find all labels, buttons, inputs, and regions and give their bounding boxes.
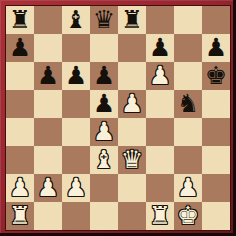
- square-e6[interactable]: [118, 62, 146, 90]
- square-c5[interactable]: [62, 90, 90, 118]
- square-h2[interactable]: [202, 174, 230, 202]
- black-pawn: ♟: [62, 62, 90, 90]
- square-a4[interactable]: [6, 118, 34, 146]
- chess-screenshot: ♜♝♛♜♟♟♟♟♟♟♟♚♟♟♞♟♝♛♟♟♟♟♜♜♚: [0, 0, 236, 236]
- black-pawn: ♟: [146, 34, 174, 62]
- white-pawn: ♟: [118, 90, 146, 118]
- white-queen: ♛: [118, 146, 146, 174]
- white-pawn: ♟: [90, 118, 118, 146]
- white-rook: ♜: [6, 202, 34, 230]
- square-b3[interactable]: [34, 146, 62, 174]
- square-f7[interactable]: ♟: [146, 34, 174, 62]
- square-h4[interactable]: [202, 118, 230, 146]
- black-rook: ♜: [118, 6, 146, 34]
- black-pawn: ♟: [90, 62, 118, 90]
- square-a8[interactable]: ♜: [6, 6, 34, 34]
- black-bishop: ♝: [62, 6, 90, 34]
- square-a1[interactable]: ♜: [6, 202, 34, 230]
- square-c1[interactable]: [62, 202, 90, 230]
- square-a6[interactable]: [6, 62, 34, 90]
- square-d6[interactable]: ♟: [90, 62, 118, 90]
- square-b4[interactable]: [34, 118, 62, 146]
- square-e2[interactable]: [118, 174, 146, 202]
- white-pawn: ♟: [146, 62, 174, 90]
- square-g1[interactable]: ♚: [174, 202, 202, 230]
- white-pawn: ♟: [174, 174, 202, 202]
- square-g6[interactable]: [174, 62, 202, 90]
- square-g4[interactable]: [174, 118, 202, 146]
- square-b6[interactable]: ♟: [34, 62, 62, 90]
- black-pawn: ♟: [90, 90, 118, 118]
- black-rook: ♜: [6, 6, 34, 34]
- square-e3[interactable]: ♛: [118, 146, 146, 174]
- square-a7[interactable]: ♟: [6, 34, 34, 62]
- square-f2[interactable]: [146, 174, 174, 202]
- square-e5[interactable]: ♟: [118, 90, 146, 118]
- black-pawn: ♟: [6, 34, 34, 62]
- square-b7[interactable]: [34, 34, 62, 62]
- square-f6[interactable]: ♟: [146, 62, 174, 90]
- square-b1[interactable]: [34, 202, 62, 230]
- square-f8[interactable]: [146, 6, 174, 34]
- black-knight: ♞: [174, 90, 202, 118]
- square-c2[interactable]: ♟: [62, 174, 90, 202]
- black-king: ♚: [202, 62, 230, 90]
- square-e1[interactable]: [118, 202, 146, 230]
- white-pawn: ♟: [6, 174, 34, 202]
- black-queen: ♛: [90, 6, 118, 34]
- square-b2[interactable]: ♟: [34, 174, 62, 202]
- square-e7[interactable]: [118, 34, 146, 62]
- white-bishop: ♝: [90, 146, 118, 174]
- square-c3[interactable]: [62, 146, 90, 174]
- white-pawn: ♟: [62, 174, 90, 202]
- white-pawn: ♟: [34, 174, 62, 202]
- square-b5[interactable]: [34, 90, 62, 118]
- square-d2[interactable]: [90, 174, 118, 202]
- square-c8[interactable]: ♝: [62, 6, 90, 34]
- square-c7[interactable]: [62, 34, 90, 62]
- square-d4[interactable]: ♟: [90, 118, 118, 146]
- white-rook: ♜: [146, 202, 174, 230]
- square-d7[interactable]: [90, 34, 118, 62]
- square-g2[interactable]: ♟: [174, 174, 202, 202]
- square-h1[interactable]: [202, 202, 230, 230]
- square-a2[interactable]: ♟: [6, 174, 34, 202]
- square-e4[interactable]: [118, 118, 146, 146]
- square-c4[interactable]: [62, 118, 90, 146]
- square-h5[interactable]: [202, 90, 230, 118]
- square-h3[interactable]: [202, 146, 230, 174]
- square-g7[interactable]: [174, 34, 202, 62]
- square-c6[interactable]: ♟: [62, 62, 90, 90]
- square-d8[interactable]: ♛: [90, 6, 118, 34]
- square-h8[interactable]: [202, 6, 230, 34]
- square-g8[interactable]: [174, 6, 202, 34]
- square-g5[interactable]: ♞: [174, 90, 202, 118]
- square-a3[interactable]: [6, 146, 34, 174]
- square-d5[interactable]: ♟: [90, 90, 118, 118]
- square-h6[interactable]: ♚: [202, 62, 230, 90]
- square-f1[interactable]: ♜: [146, 202, 174, 230]
- square-d1[interactable]: [90, 202, 118, 230]
- white-king: ♚: [174, 202, 202, 230]
- black-pawn: ♟: [202, 34, 230, 62]
- square-f5[interactable]: [146, 90, 174, 118]
- square-h7[interactable]: ♟: [202, 34, 230, 62]
- square-d3[interactable]: ♝: [90, 146, 118, 174]
- square-f3[interactable]: [146, 146, 174, 174]
- black-pawn: ♟: [34, 62, 62, 90]
- square-f4[interactable]: [146, 118, 174, 146]
- square-a5[interactable]: [6, 90, 34, 118]
- square-e8[interactable]: ♜: [118, 6, 146, 34]
- square-b8[interactable]: [34, 6, 62, 34]
- chess-board: ♜♝♛♜♟♟♟♟♟♟♟♚♟♟♞♟♝♛♟♟♟♟♜♜♚: [6, 6, 230, 230]
- square-g3[interactable]: [174, 146, 202, 174]
